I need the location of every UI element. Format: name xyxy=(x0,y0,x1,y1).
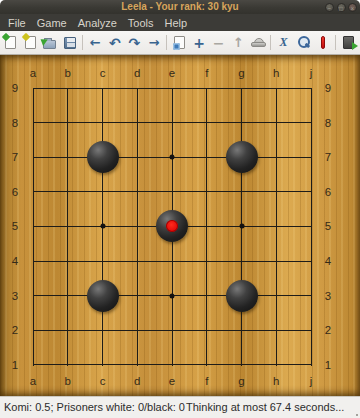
board-point-g6[interactable] xyxy=(224,174,259,209)
board-point-d7[interactable] xyxy=(120,140,155,175)
board-point-j8[interactable] xyxy=(294,105,329,140)
board-point-b5[interactable] xyxy=(50,209,85,244)
board-grid xyxy=(16,71,329,382)
analyze-button[interactable] xyxy=(294,33,312,53)
redo-icon: ↷ xyxy=(128,35,140,51)
menu-tools[interactable]: Tools xyxy=(128,17,154,29)
menu-analyze[interactable]: Analyze xyxy=(78,17,117,29)
add-icon: + xyxy=(193,35,205,51)
board-point-e9[interactable] xyxy=(155,71,190,106)
board-point-g1[interactable] xyxy=(224,347,259,382)
toolbar: ←↶↷→+−↑X xyxy=(0,31,360,55)
board-point-e1[interactable] xyxy=(155,347,190,382)
board-point-h7[interactable] xyxy=(259,140,294,175)
board-point-j2[interactable] xyxy=(294,313,329,348)
board-point-g8[interactable] xyxy=(224,105,259,140)
board-point-d5[interactable] xyxy=(120,209,155,244)
close-button[interactable]: × xyxy=(348,3,357,12)
goban: aabbccddeeffgghhjj998877665544332211 xyxy=(0,55,360,396)
title-bar[interactable]: Leela - Your rank: 30 kyu −□× xyxy=(0,0,360,14)
board-point-e2[interactable] xyxy=(155,313,190,348)
window-title: Leela - Your rank: 30 kyu xyxy=(121,0,238,14)
score-button[interactable] xyxy=(171,33,189,53)
board-point-g3[interactable] xyxy=(224,278,259,313)
board-point-a6[interactable] xyxy=(16,174,51,209)
forward-to-end-button[interactable]: → xyxy=(145,33,163,53)
board-point-d6[interactable] xyxy=(120,174,155,209)
board-point-d2[interactable] xyxy=(120,313,155,348)
toolbar-separator xyxy=(166,35,167,50)
board-point-f4[interactable] xyxy=(189,244,224,279)
black-stone-c3 xyxy=(87,280,119,312)
status-game-info: Komi: 0.5; Prisoners white: 0/black: 0 xyxy=(4,401,185,413)
board-point-a1[interactable] xyxy=(16,347,51,382)
board-point-a3[interactable] xyxy=(16,278,51,313)
board-point-d1[interactable] xyxy=(120,347,155,382)
black-stone-c7 xyxy=(87,141,119,173)
save-sgf-icon xyxy=(64,37,76,49)
board-point-f6[interactable] xyxy=(189,174,224,209)
board-point-b2[interactable] xyxy=(50,313,85,348)
board-point-c4[interactable] xyxy=(85,244,120,279)
board-point-d3[interactable] xyxy=(120,278,155,313)
menu-game[interactable]: Game xyxy=(37,17,67,29)
board-point-b9[interactable] xyxy=(50,71,85,106)
save-sgf-button[interactable] xyxy=(61,33,79,53)
new-rated-game-icon xyxy=(25,36,36,49)
board-point-e5[interactable] xyxy=(155,209,190,244)
board-point-j9[interactable] xyxy=(294,71,329,106)
remove-icon: − xyxy=(213,35,225,51)
board-point-c5[interactable] xyxy=(85,209,120,244)
forward-to-end-icon: → xyxy=(149,35,160,50)
leela-window: Leela - Your rank: 30 kyu −□× FileGameAn… xyxy=(0,0,360,418)
resign-icon: X xyxy=(280,35,288,50)
board-point-f2[interactable] xyxy=(189,313,224,348)
menu-bar: FileGameAnalyzeToolsHelp xyxy=(0,14,360,31)
black-stone-g3 xyxy=(226,280,258,312)
board-point-j1[interactable] xyxy=(294,347,329,382)
hat-icon xyxy=(251,38,264,47)
board-point-h9[interactable] xyxy=(259,71,294,106)
stop-thinking-icon xyxy=(321,36,325,49)
board-point-j6[interactable] xyxy=(294,174,329,209)
redo-button[interactable]: ↷ xyxy=(125,33,143,53)
toolbar-separator xyxy=(335,35,336,50)
board-point-g7[interactable] xyxy=(224,140,259,175)
board-point-c7[interactable] xyxy=(85,140,120,175)
board-point-a4[interactable] xyxy=(16,244,51,279)
minimize-button[interactable]: − xyxy=(325,3,334,12)
toolbar-separator xyxy=(270,35,271,50)
board-point-j5[interactable] xyxy=(294,209,329,244)
board-point-a5[interactable] xyxy=(16,209,51,244)
resize-grip[interactable] xyxy=(356,414,358,416)
board-point-b8[interactable] xyxy=(50,105,85,140)
pass-up-icon: ↑ xyxy=(233,35,244,50)
board-point-c6[interactable] xyxy=(85,174,120,209)
black-stone-g7 xyxy=(226,141,258,173)
board-point-b3[interactable] xyxy=(50,278,85,313)
board-point-c3[interactable] xyxy=(85,278,120,313)
board-point-f7[interactable] xyxy=(189,140,224,175)
open-sgf-icon xyxy=(43,40,56,49)
board-point-a2[interactable] xyxy=(16,313,51,348)
board-point-b7[interactable] xyxy=(50,140,85,175)
maximize-button[interactable]: □ xyxy=(337,3,346,12)
pass-up-button[interactable]: ↑ xyxy=(229,33,247,53)
board-point-e7[interactable] xyxy=(155,140,190,175)
board-point-a9[interactable] xyxy=(16,71,51,106)
board-point-h2[interactable] xyxy=(259,313,294,348)
board-point-b4[interactable] xyxy=(50,244,85,279)
board-point-c8[interactable] xyxy=(85,105,120,140)
status-thinking: Thinking at most 67.4 seconds... xyxy=(186,401,344,413)
board-point-g5[interactable] xyxy=(224,209,259,244)
exit-button[interactable] xyxy=(339,33,357,53)
board-point-e8[interactable] xyxy=(155,105,190,140)
board-point-d9[interactable] xyxy=(120,71,155,106)
board-point-j7[interactable] xyxy=(294,140,329,175)
board-point-g2[interactable] xyxy=(224,313,259,348)
board-point-g4[interactable] xyxy=(224,244,259,279)
board-point-d4[interactable] xyxy=(120,244,155,279)
analyze-icon xyxy=(297,36,310,49)
board-point-b1[interactable] xyxy=(50,347,85,382)
back-to-start-button[interactable]: ← xyxy=(86,33,104,53)
board-point-b6[interactable] xyxy=(50,174,85,209)
window-controls: −□× xyxy=(325,3,357,12)
board-point-e6[interactable] xyxy=(155,174,190,209)
board-point-h3[interactable] xyxy=(259,278,294,313)
undo-icon: ↶ xyxy=(109,35,121,51)
board-point-g9[interactable] xyxy=(224,71,259,106)
resign-button[interactable]: X xyxy=(275,33,293,53)
board-point-c1[interactable] xyxy=(85,347,120,382)
hat-button[interactable] xyxy=(249,33,267,53)
menu-help[interactable]: Help xyxy=(165,17,188,29)
last-move-marker xyxy=(166,220,178,232)
board-point-j3[interactable] xyxy=(294,278,329,313)
board-point-a8[interactable] xyxy=(16,105,51,140)
board-point-a7[interactable] xyxy=(16,140,51,175)
new-game-button[interactable] xyxy=(2,33,20,53)
stop-thinking-button[interactable] xyxy=(314,33,332,53)
new-game-icon xyxy=(5,36,16,49)
board-point-f3[interactable] xyxy=(189,278,224,313)
board-point-f1[interactable] xyxy=(189,347,224,382)
board-point-h6[interactable] xyxy=(259,174,294,209)
board-point-d8[interactable] xyxy=(120,105,155,140)
remove-button[interactable]: − xyxy=(210,33,228,53)
black-stone-e5 xyxy=(156,210,188,242)
board-point-f8[interactable] xyxy=(189,105,224,140)
board-point-c2[interactable] xyxy=(85,313,120,348)
board-point-h1[interactable] xyxy=(259,347,294,382)
board-point-e4[interactable] xyxy=(155,244,190,279)
board-point-j4[interactable] xyxy=(294,244,329,279)
exit-icon xyxy=(343,36,354,49)
menu-file[interactable]: File xyxy=(8,17,26,29)
new-rated-game-button[interactable] xyxy=(21,33,39,53)
undo-button[interactable]: ↶ xyxy=(106,33,124,53)
board-point-e3[interactable] xyxy=(155,278,190,313)
board-point-f5[interactable] xyxy=(189,209,224,244)
board-point-h4[interactable] xyxy=(259,244,294,279)
score-icon xyxy=(174,36,185,49)
board-point-f9[interactable] xyxy=(189,71,224,106)
add-button[interactable]: + xyxy=(190,33,208,53)
back-to-start-icon: ← xyxy=(90,35,101,50)
toolbar-separator xyxy=(82,35,83,50)
board-point-h5[interactable] xyxy=(259,209,294,244)
board-point-h8[interactable] xyxy=(259,105,294,140)
open-sgf-button[interactable] xyxy=(41,33,59,53)
board-point-c9[interactable] xyxy=(85,71,120,106)
status-bar: Komi: 0.5; Prisoners white: 0/black: 0 T… xyxy=(0,396,360,418)
